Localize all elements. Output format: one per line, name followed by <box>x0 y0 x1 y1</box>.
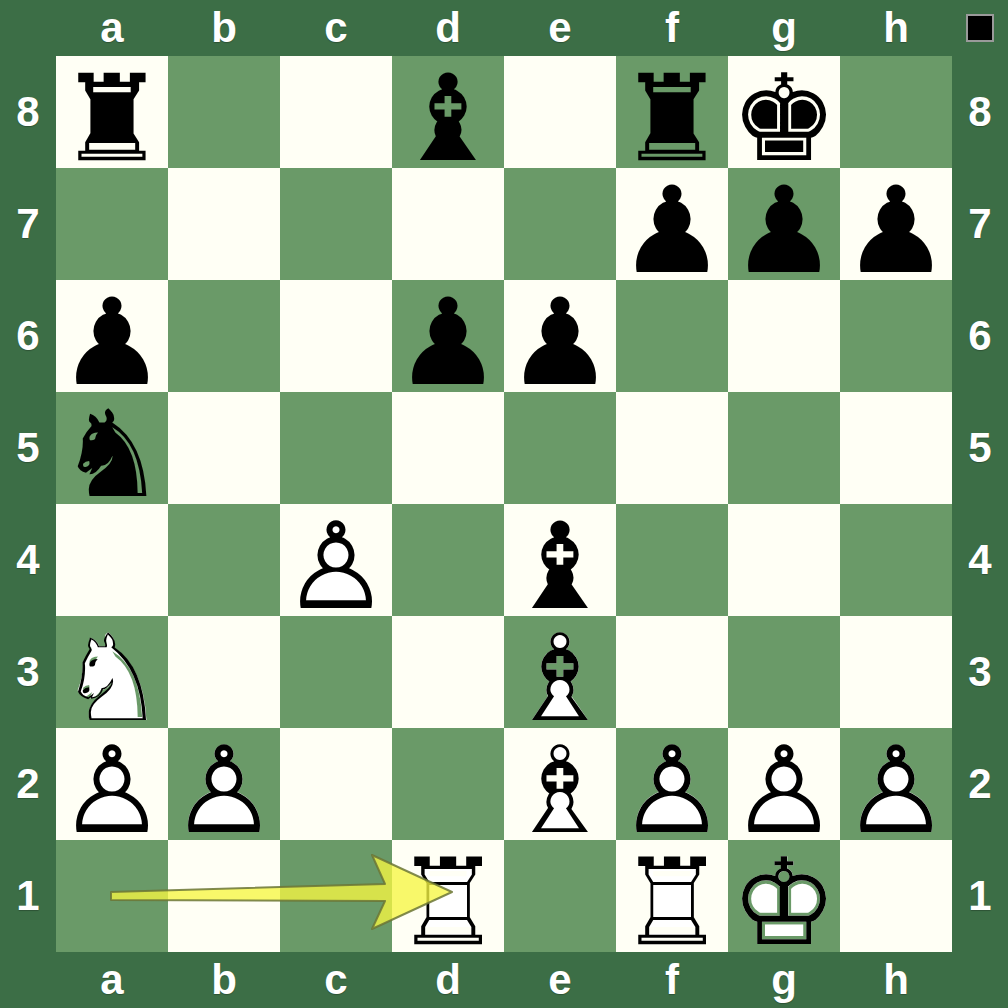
square-h7[interactable]: ♟ <box>840 168 952 280</box>
square-c3[interactable] <box>280 616 392 728</box>
rank-label-2: 2 <box>0 728 56 840</box>
file-label-h: h <box>840 0 952 56</box>
square-b1[interactable] <box>168 840 280 952</box>
white-piece-outline: ♙ <box>168 735 280 847</box>
rank-labels-right: 87654321 <box>952 56 1008 952</box>
rank-label-7: 7 <box>0 168 56 280</box>
white-piece-outline: ♙ <box>728 735 840 847</box>
file-label-f: f <box>616 0 728 56</box>
square-b6[interactable] <box>168 280 280 392</box>
square-d1[interactable]: ♜♖ <box>392 840 504 952</box>
piece-black-pawn-d6[interactable]: ♟ <box>392 287 504 399</box>
square-d8[interactable]: ♝ <box>392 56 504 168</box>
square-g5[interactable] <box>728 392 840 504</box>
square-e8[interactable] <box>504 56 616 168</box>
piece-black-bishop-d8[interactable]: ♝ <box>392 63 504 175</box>
white-piece-outline: ♔ <box>728 847 840 959</box>
file-label-a: a <box>56 0 168 56</box>
file-label-e: e <box>504 952 616 1008</box>
file-labels-top: abcdefgh <box>56 0 952 56</box>
piece-white-rook-f1[interactable]: ♜♖ <box>616 847 728 959</box>
square-a3[interactable]: ♞♘ <box>56 616 168 728</box>
file-label-b: b <box>168 952 280 1008</box>
rank-label-1: 1 <box>0 840 56 952</box>
square-e2[interactable]: ♝♗ <box>504 728 616 840</box>
square-f8[interactable]: ♜ <box>616 56 728 168</box>
file-label-g: g <box>728 0 840 56</box>
square-e4[interactable]: ♝ <box>504 504 616 616</box>
square-d2[interactable] <box>392 728 504 840</box>
white-piece-outline: ♙ <box>616 735 728 847</box>
square-h1[interactable] <box>840 840 952 952</box>
square-c1[interactable] <box>280 840 392 952</box>
piece-black-pawn-e6[interactable]: ♟ <box>504 287 616 399</box>
square-a5[interactable]: ♞ <box>56 392 168 504</box>
rank-label-5: 5 <box>952 392 1008 504</box>
square-g7[interactable]: ♟ <box>728 168 840 280</box>
file-label-c: c <box>280 952 392 1008</box>
square-b5[interactable] <box>168 392 280 504</box>
piece-white-knight-a3[interactable]: ♞♘ <box>56 623 168 735</box>
square-d7[interactable] <box>392 168 504 280</box>
square-d4[interactable] <box>392 504 504 616</box>
white-piece-outline: ♖ <box>616 847 728 959</box>
square-f6[interactable] <box>616 280 728 392</box>
square-f7[interactable]: ♟ <box>616 168 728 280</box>
square-c5[interactable] <box>280 392 392 504</box>
file-label-b: b <box>168 0 280 56</box>
piece-black-rook-f8[interactable]: ♜ <box>616 63 728 175</box>
white-piece-outline: ♖ <box>392 847 504 959</box>
white-piece-outline: ♗ <box>504 623 616 735</box>
file-label-d: d <box>392 0 504 56</box>
piece-white-pawn-f2[interactable]: ♟♙ <box>616 735 728 847</box>
rank-label-7: 7 <box>952 168 1008 280</box>
piece-white-pawn-b2[interactable]: ♟♙ <box>168 735 280 847</box>
square-c8[interactable] <box>280 56 392 168</box>
piece-black-king-g8[interactable]: ♚ <box>728 63 840 175</box>
file-label-a: a <box>56 952 168 1008</box>
square-c2[interactable] <box>280 728 392 840</box>
rank-labels-left: 87654321 <box>0 56 56 952</box>
rank-label-3: 3 <box>0 616 56 728</box>
square-g2[interactable]: ♟♙ <box>728 728 840 840</box>
square-b7[interactable] <box>168 168 280 280</box>
rank-label-4: 4 <box>952 504 1008 616</box>
piece-black-pawn-g7[interactable]: ♟ <box>728 175 840 287</box>
square-h5[interactable] <box>840 392 952 504</box>
white-piece-outline: ♗ <box>504 735 616 847</box>
square-f4[interactable] <box>616 504 728 616</box>
rank-label-8: 8 <box>0 56 56 168</box>
piece-white-pawn-a2[interactable]: ♟♙ <box>56 735 168 847</box>
rank-label-5: 5 <box>0 392 56 504</box>
piece-black-pawn-h7[interactable]: ♟ <box>840 175 952 287</box>
square-a4[interactable] <box>56 504 168 616</box>
square-g8[interactable]: ♚ <box>728 56 840 168</box>
rank-label-8: 8 <box>952 56 1008 168</box>
chess-app-screen: abcdefgh abcdefgh 87654321 87654321 ♜♝♜♚… <box>0 0 1008 1008</box>
piece-white-pawn-c4[interactable]: ♟♙ <box>280 511 392 623</box>
square-h6[interactable] <box>840 280 952 392</box>
square-h4[interactable] <box>840 504 952 616</box>
piece-black-rook-a8[interactable]: ♜ <box>56 63 168 175</box>
square-b2[interactable]: ♟♙ <box>168 728 280 840</box>
square-a1[interactable] <box>56 840 168 952</box>
piece-white-bishop-e3[interactable]: ♝♗ <box>504 623 616 735</box>
square-h3[interactable] <box>840 616 952 728</box>
piece-white-pawn-h2[interactable]: ♟♙ <box>840 735 952 847</box>
square-c7[interactable] <box>280 168 392 280</box>
square-g4[interactable] <box>728 504 840 616</box>
file-label-h: h <box>840 952 952 1008</box>
rank-label-6: 6 <box>0 280 56 392</box>
white-piece-outline: ♙ <box>56 735 168 847</box>
square-e1[interactable] <box>504 840 616 952</box>
square-f1[interactable]: ♜♖ <box>616 840 728 952</box>
square-e6[interactable]: ♟ <box>504 280 616 392</box>
square-e5[interactable] <box>504 392 616 504</box>
piece-black-pawn-a6[interactable]: ♟ <box>56 287 168 399</box>
white-piece-outline: ♘ <box>56 623 168 735</box>
rank-label-1: 1 <box>952 840 1008 952</box>
square-a6[interactable]: ♟ <box>56 280 168 392</box>
piece-white-rook-d1[interactable]: ♜♖ <box>392 847 504 959</box>
square-c4[interactable]: ♟♙ <box>280 504 392 616</box>
square-e7[interactable] <box>504 168 616 280</box>
piece-white-king-g1[interactable]: ♚♔ <box>728 847 840 959</box>
square-f3[interactable] <box>616 616 728 728</box>
square-a7[interactable] <box>56 168 168 280</box>
square-d6[interactable]: ♟ <box>392 280 504 392</box>
square-a8[interactable]: ♜ <box>56 56 168 168</box>
square-f2[interactable]: ♟♙ <box>616 728 728 840</box>
white-piece-outline: ♙ <box>840 735 952 847</box>
piece-black-pawn-f7[interactable]: ♟ <box>616 175 728 287</box>
square-d5[interactable] <box>392 392 504 504</box>
file-label-c: c <box>280 0 392 56</box>
piece-white-bishop-e2[interactable]: ♝♗ <box>504 735 616 847</box>
square-b8[interactable] <box>168 56 280 168</box>
square-b3[interactable] <box>168 616 280 728</box>
square-b4[interactable] <box>168 504 280 616</box>
rank-label-4: 4 <box>0 504 56 616</box>
file-label-e: e <box>504 0 616 56</box>
black-to-move-indicator <box>966 14 994 42</box>
rank-label-3: 3 <box>952 616 1008 728</box>
square-h2[interactable]: ♟♙ <box>840 728 952 840</box>
square-e3[interactable]: ♝♗ <box>504 616 616 728</box>
square-f5[interactable] <box>616 392 728 504</box>
rank-label-6: 6 <box>952 280 1008 392</box>
piece-black-knight-a5[interactable]: ♞ <box>56 399 168 511</box>
square-h8[interactable] <box>840 56 952 168</box>
square-g6[interactable] <box>728 280 840 392</box>
square-d3[interactable] <box>392 616 504 728</box>
piece-black-bishop-e4[interactable]: ♝ <box>504 511 616 623</box>
square-a2[interactable]: ♟♙ <box>56 728 168 840</box>
square-g3[interactable] <box>728 616 840 728</box>
chess-board: ♜♝♜♚♟♟♟♟♟♟♞♟♙♝♞♘♝♗♟♙♟♙♝♗♟♙♟♙♟♙♜♖♜♖♚♔ <box>56 56 952 952</box>
white-piece-outline: ♙ <box>280 511 392 623</box>
rank-label-2: 2 <box>952 728 1008 840</box>
square-c6[interactable] <box>280 280 392 392</box>
square-g1[interactable]: ♚♔ <box>728 840 840 952</box>
piece-white-pawn-g2[interactable]: ♟♙ <box>728 735 840 847</box>
